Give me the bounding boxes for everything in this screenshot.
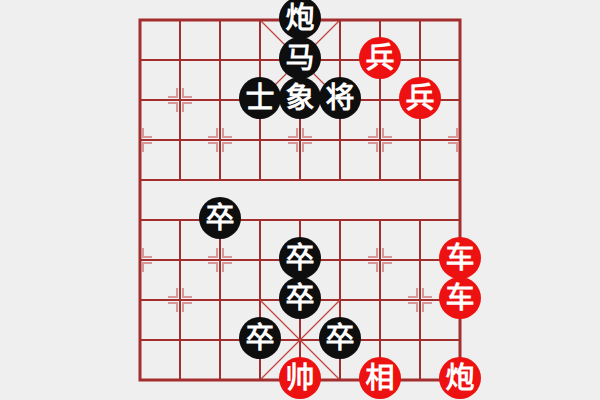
piece-black-elephant[interactable]: 象 (279, 77, 321, 119)
piece-red-chariot-1[interactable]: 车 (439, 237, 481, 279)
piece-black-soldier-2[interactable]: 卒 (279, 237, 321, 279)
piece-red-elephant[interactable]: 相 (359, 357, 401, 399)
piece-black-cannon[interactable]: 炮 (279, 0, 321, 39)
piece-red-chariot-2[interactable]: 车 (439, 277, 481, 319)
piece-black-general[interactable]: 将 (319, 77, 361, 119)
piece-red-cannon[interactable]: 炮 (439, 357, 481, 399)
piece-black-soldier-1[interactable]: 卒 (199, 197, 241, 239)
xiangqi-board[interactable]: 炮马兵士象将兵卒卒车卒车卒卒帅相炮 (120, 0, 480, 400)
xiangqi-app: 炮马兵士象将兵卒卒车卒车卒卒帅相炮 (0, 0, 600, 400)
piece-black-soldier-4[interactable]: 卒 (239, 317, 281, 359)
piece-red-soldier-2[interactable]: 兵 (399, 77, 441, 119)
piece-black-advisor[interactable]: 士 (239, 77, 281, 119)
piece-black-horse[interactable]: 马 (279, 37, 321, 79)
piece-red-general[interactable]: 帅 (279, 357, 321, 399)
piece-red-soldier-1[interactable]: 兵 (359, 37, 401, 79)
piece-black-soldier-5[interactable]: 卒 (319, 317, 361, 359)
piece-black-soldier-3[interactable]: 卒 (279, 277, 321, 319)
